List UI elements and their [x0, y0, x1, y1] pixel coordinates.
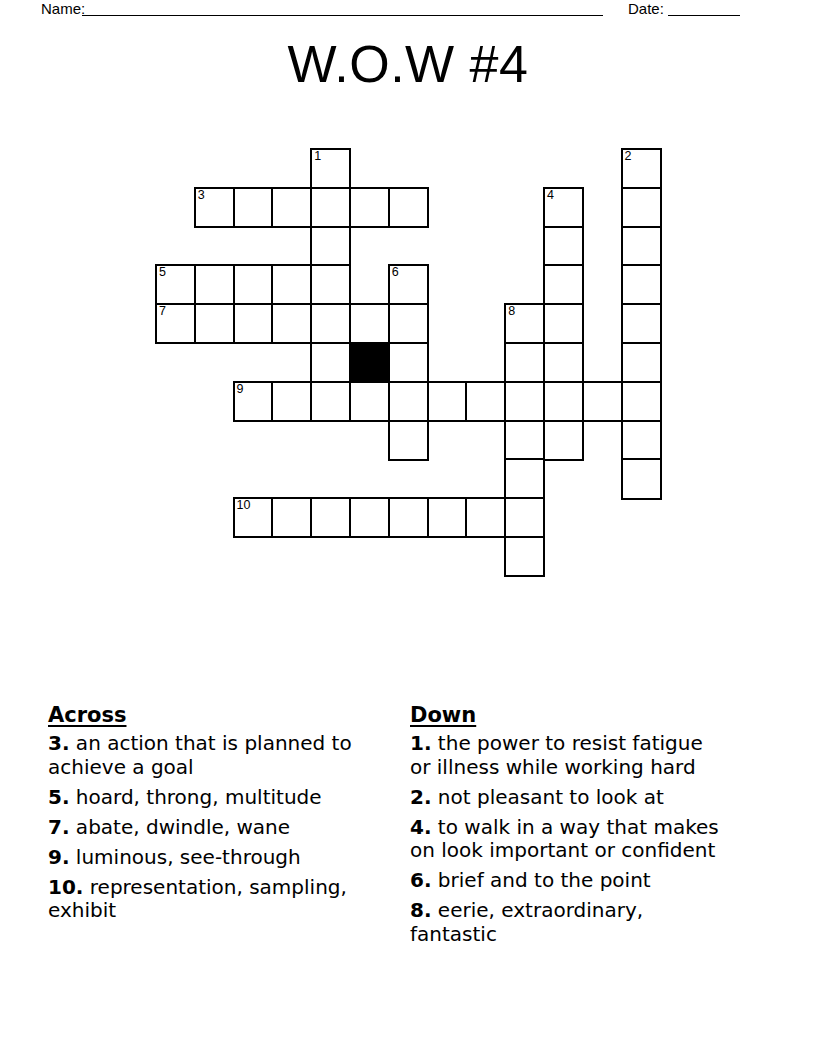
crossword-cell[interactable] [621, 264, 662, 305]
crossword-cell[interactable]: 5 [155, 264, 196, 305]
crossword-cell[interactable] [427, 381, 468, 422]
clue-number-6: 6 [392, 266, 399, 279]
black-cell [349, 342, 390, 383]
crossword-cell[interactable] [271, 264, 312, 305]
crossword-cell[interactable] [388, 381, 429, 422]
crossword-cell[interactable] [543, 381, 584, 422]
date-blank-line[interactable] [668, 0, 740, 16]
clue-number-10: 10 [237, 499, 251, 512]
crossword-cell[interactable] [582, 381, 623, 422]
clue-number-2: 2 [625, 150, 632, 163]
down-clues-section: Down 1. the power to resist fatigue or i… [410, 703, 724, 953]
across-clues-section: Across 3. an action that is planned to a… [48, 703, 388, 929]
crossword-cell[interactable] [388, 303, 429, 344]
clue-number-9: 9 [237, 383, 244, 396]
clue-label: 2. [410, 785, 432, 809]
clue-label: 10. [48, 875, 83, 899]
crossword-cell[interactable]: 4 [543, 187, 584, 228]
crossword-cell[interactable]: 10 [233, 497, 274, 538]
crossword-cell[interactable] [504, 458, 545, 499]
clue-label: 1. [410, 731, 432, 755]
crossword-cell[interactable] [621, 458, 662, 499]
crossword-cell[interactable] [349, 381, 390, 422]
crossword-cell[interactable] [621, 187, 662, 228]
across-clue-7: 7. abate, dwindle, wane [48, 816, 388, 840]
clue-number-7: 7 [159, 305, 166, 318]
crossword-cell[interactable]: 1 [310, 148, 351, 189]
clue-label: 9. [48, 845, 70, 869]
crossword-cell[interactable] [388, 342, 429, 383]
date-label: Date: [628, 0, 664, 17]
crossword-cell[interactable] [388, 420, 429, 461]
crossword-cell[interactable] [621, 381, 662, 422]
crossword-cell[interactable] [504, 536, 545, 577]
crossword-cell[interactable] [310, 226, 351, 267]
crossword-cell[interactable] [271, 303, 312, 344]
crossword-cell[interactable] [233, 264, 274, 305]
crossword-cell[interactable]: 9 [233, 381, 274, 422]
crossword-cell[interactable] [233, 303, 274, 344]
crossword-cell[interactable]: 3 [194, 187, 235, 228]
crossword-cell[interactable] [233, 187, 274, 228]
clue-number-3: 3 [198, 189, 205, 202]
down-heading: Down [410, 703, 724, 727]
across-clue-3: 3. an action that is planned to achieve … [48, 732, 388, 779]
crossword-cell[interactable] [349, 187, 390, 228]
crossword-grid: 12345678910 [155, 148, 662, 578]
crossword-cell[interactable] [504, 342, 545, 383]
crossword-cell[interactable] [310, 342, 351, 383]
crossword-cell[interactable] [194, 264, 235, 305]
crossword-cell[interactable]: 6 [388, 264, 429, 305]
down-clue-list: 1. the power to resist fatigue or illnes… [410, 732, 724, 946]
down-clue-2: 2. not pleasant to look at [410, 786, 724, 810]
crossword-cell[interactable] [349, 303, 390, 344]
crossword-cell[interactable] [621, 420, 662, 461]
crossword-cell[interactable] [621, 226, 662, 267]
crossword-cell[interactable] [271, 187, 312, 228]
clue-label: 8. [410, 898, 432, 922]
clue-label: 5. [48, 785, 70, 809]
crossword-cell[interactable] [271, 497, 312, 538]
name-label: Name: [41, 0, 85, 17]
crossword-cell[interactable] [427, 497, 468, 538]
name-blank-line[interactable] [82, 0, 603, 16]
crossword-cell[interactable] [310, 303, 351, 344]
crossword-cell[interactable] [310, 264, 351, 305]
crossword-cell[interactable] [194, 303, 235, 344]
crossword-cell[interactable] [388, 187, 429, 228]
crossword-cell[interactable] [543, 303, 584, 344]
clue-label: 6. [410, 868, 432, 892]
crossword-cell[interactable] [271, 381, 312, 422]
crossword-cell[interactable] [310, 497, 351, 538]
crossword-cell[interactable] [504, 381, 545, 422]
crossword-cell[interactable] [543, 226, 584, 267]
crossword-cell[interactable] [621, 342, 662, 383]
crossword-cell[interactable] [543, 264, 584, 305]
crossword-cell[interactable] [310, 381, 351, 422]
across-clue-9: 9. luminous, see-through [48, 846, 388, 870]
across-clue-10: 10. representation, sampling, exhibit [48, 876, 388, 923]
crossword-cell[interactable]: 7 [155, 303, 196, 344]
clue-number-4: 4 [547, 189, 554, 202]
page-title: W.O.W #4 [0, 36, 816, 92]
clue-label: 4. [410, 815, 432, 839]
clue-number-5: 5 [159, 266, 166, 279]
down-clue-6: 6. brief and to the point [410, 869, 724, 893]
crossword-cell[interactable] [543, 420, 584, 461]
crossword-cell[interactable] [349, 497, 390, 538]
crossword-cell[interactable] [465, 497, 506, 538]
across-heading: Across [48, 703, 388, 727]
down-clue-1: 1. the power to resist fatigue or illnes… [410, 732, 724, 779]
across-clue-5: 5. hoard, throng, multitude [48, 786, 388, 810]
crossword-cell[interactable]: 2 [621, 148, 662, 189]
crossword-cell[interactable] [504, 420, 545, 461]
crossword-cell[interactable] [543, 342, 584, 383]
crossword-cell[interactable] [504, 497, 545, 538]
clue-number-1: 1 [314, 150, 321, 163]
down-clue-4: 4. to walk in a way that makes on look i… [410, 816, 724, 863]
worksheet-page: Name: Date: W.O.W #4 12345678910 Across … [0, 0, 816, 1056]
crossword-cell[interactable] [388, 497, 429, 538]
clue-label: 3. [48, 731, 70, 755]
crossword-cell[interactable] [621, 303, 662, 344]
crossword-cell[interactable]: 8 [504, 303, 545, 344]
clue-number-8: 8 [508, 305, 515, 318]
clue-label: 7. [48, 815, 70, 839]
across-clue-list: 3. an action that is planned to achieve … [48, 732, 388, 923]
crossword-cell[interactable] [465, 381, 506, 422]
down-clue-8: 8. eerie, extraordinary, fantastic [410, 899, 724, 946]
crossword-cell[interactable] [310, 187, 351, 228]
